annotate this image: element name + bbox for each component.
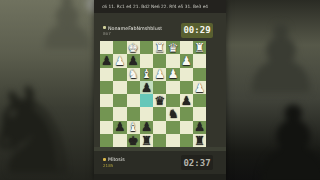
player-clock: 02:37: [181, 155, 213, 170]
square-c3[interactable]: [127, 107, 140, 120]
square-d3[interactable]: [140, 107, 153, 120]
black-queen-e4: ♛: [153, 94, 166, 107]
square-h4[interactable]: [193, 94, 206, 107]
black-pawn-d5: ♟: [140, 81, 153, 94]
white-king-c8: ♚: [127, 41, 140, 54]
square-d4[interactable]: [140, 94, 153, 107]
white-bishop-d6: ♝: [140, 68, 153, 81]
square-e4[interactable]: ♛: [153, 94, 166, 107]
black-rook-d1: ♜: [140, 134, 153, 147]
square-f2[interactable]: [166, 121, 179, 134]
game-screen: c6 11. Rc1 e4 21. Bd2 Ne6 22. Rf4 e5 31.…: [94, 0, 226, 180]
square-h8[interactable]: ♜: [193, 41, 206, 54]
square-c2[interactable]: ♝: [127, 121, 140, 134]
square-e1[interactable]: [153, 134, 166, 147]
square-h3[interactable]: [193, 107, 206, 120]
square-b6[interactable]: [113, 68, 126, 81]
square-a6[interactable]: [100, 68, 113, 81]
square-c5[interactable]: [127, 81, 140, 94]
square-h2[interactable]: ♟: [193, 121, 206, 134]
square-g3[interactable]: [180, 107, 193, 120]
black-knight-f3: ♞: [166, 107, 179, 120]
square-c6[interactable]: ♞: [127, 68, 140, 81]
white-rook-e8: ♜: [153, 41, 166, 54]
chess-video-frame: ♟ ♞ ♟ ♟ c6 11. Rc1 e4 21. Bd2 Ne6 22. Rf…: [0, 0, 320, 180]
square-g5[interactable]: [180, 81, 193, 94]
square-e8[interactable]: ♜: [153, 41, 166, 54]
square-b1[interactable]: [113, 134, 126, 147]
opponent-clock: 00:29: [181, 23, 213, 38]
white-pawn-h5: ♟: [193, 81, 206, 94]
square-c1[interactable]: ♚: [127, 134, 140, 147]
square-c4[interactable]: [127, 94, 140, 107]
black-pawn-c7: ♟: [127, 54, 140, 67]
square-f4[interactable]: [166, 94, 179, 107]
move-list-text: c6 11. Rc1 e4 21. Bd2 Ne6 22. Rf4 e5 31.…: [94, 4, 208, 9]
square-d2[interactable]: ♟: [140, 121, 153, 134]
square-e6[interactable]: ♟: [153, 68, 166, 81]
square-b4[interactable]: [113, 94, 126, 107]
square-c8[interactable]: ♚: [127, 41, 140, 54]
square-h7[interactable]: [193, 54, 206, 67]
black-pawn-b2: ♟: [113, 121, 126, 134]
player-rating: 2185: [103, 163, 156, 168]
black-pawn-d2: ♟: [140, 121, 153, 134]
square-a8[interactable]: [100, 41, 113, 54]
player-bar: Mitosis 2185 02:37: [94, 151, 226, 174]
square-c7[interactable]: ♟: [127, 54, 140, 67]
square-e7[interactable]: [153, 54, 166, 67]
player-color-dot: [103, 158, 106, 161]
white-pawn-e6: ♟: [153, 68, 166, 81]
white-pawn-b7: ♟: [113, 54, 126, 67]
square-a2[interactable]: [100, 121, 113, 134]
square-f7[interactable]: [166, 54, 179, 67]
square-g8[interactable]: [180, 41, 193, 54]
square-b8[interactable]: [113, 41, 126, 54]
square-a5[interactable]: [100, 81, 113, 94]
square-d8[interactable]: [140, 41, 153, 54]
opponent-rating: 867: [103, 31, 156, 36]
white-pawn-g7: ♟: [180, 54, 193, 67]
square-g6[interactable]: [180, 68, 193, 81]
opponent-player-bar: NonameFabNmshblust 867 00:29: [94, 18, 226, 42]
square-a4[interactable]: [100, 94, 113, 107]
black-pawn-a7: ♟: [100, 54, 113, 67]
square-d5[interactable]: ♟: [140, 81, 153, 94]
square-a1[interactable]: [100, 134, 113, 147]
black-pawn-g4: ♟: [180, 94, 193, 107]
square-b5[interactable]: [113, 81, 126, 94]
blurred-knight-icon: ♞: [0, 72, 86, 180]
square-f6[interactable]: ♟: [166, 68, 179, 81]
square-f8[interactable]: ♛: [166, 41, 179, 54]
opponent-name: NonameFabNmshblust: [108, 24, 162, 30]
square-a7[interactable]: ♟: [100, 54, 113, 67]
square-e3[interactable]: [153, 107, 166, 120]
player-name: Mitosis: [108, 157, 125, 163]
square-b2[interactable]: ♟: [113, 121, 126, 134]
blurred-piece-bottom-right-icon: ♟: [244, 92, 320, 180]
white-pawn-f6: ♟: [166, 68, 179, 81]
square-d1[interactable]: ♜: [140, 134, 153, 147]
square-g4[interactable]: ♟: [180, 94, 193, 107]
blurred-background-left: ♟ ♞: [0, 0, 96, 180]
white-knight-c6: ♞: [127, 68, 140, 81]
square-f3[interactable]: ♞: [166, 107, 179, 120]
square-a3[interactable]: [100, 107, 113, 120]
square-b7[interactable]: ♟: [113, 54, 126, 67]
square-b3[interactable]: [113, 107, 126, 120]
opponent-color-dot: [103, 26, 106, 29]
black-rook-h1: ♜: [193, 134, 206, 147]
white-rook-h8: ♜: [193, 41, 206, 54]
black-king-c1: ♚: [127, 134, 140, 147]
square-h6[interactable]: [193, 68, 206, 81]
move-list-bar[interactable]: c6 11. Rc1 e4 21. Bd2 Ne6 22. Rf4 e5 31.…: [94, 0, 226, 13]
bottom-edge-strip: [94, 174, 226, 180]
square-d6[interactable]: ♝: [140, 68, 153, 81]
white-queen-f8: ♛: [166, 41, 179, 54]
square-g1[interactable]: [180, 134, 193, 147]
square-f5[interactable]: [166, 81, 179, 94]
square-h5[interactable]: ♟: [193, 81, 206, 94]
square-d7[interactable]: [140, 54, 153, 67]
square-e2[interactable]: [153, 121, 166, 134]
black-pawn-h2: ♟: [193, 121, 206, 134]
square-e5[interactable]: [153, 81, 166, 94]
square-g2[interactable]: [180, 121, 193, 134]
chess-board[interactable]: ♚♜♛♜♟♟♟♟♞♝♟♟♟♟♛♟♞♟♝♟♟♚♜♜: [100, 41, 206, 147]
square-h1[interactable]: ♜: [193, 134, 206, 147]
white-bishop-c2: ♝: [127, 121, 140, 134]
square-g7[interactable]: ♟: [180, 54, 193, 67]
square-f1[interactable]: [166, 134, 179, 147]
